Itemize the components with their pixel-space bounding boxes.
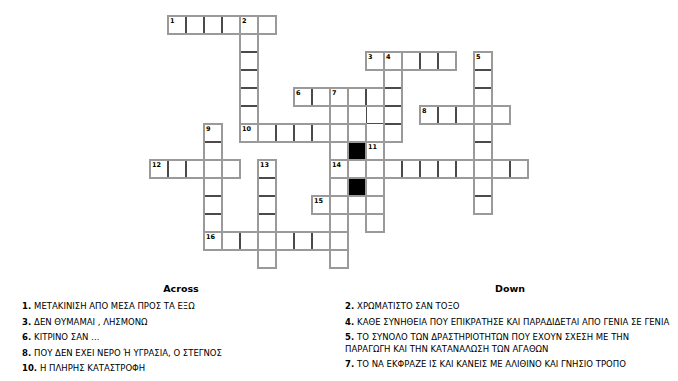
grid-cell[interactable]	[276, 232, 294, 250]
grid-cell[interactable]	[330, 142, 348, 160]
black-cell	[348, 178, 366, 196]
grid-cell[interactable]	[168, 16, 186, 34]
grid-cell[interactable]	[474, 142, 492, 160]
clue-text: ΧΡΩΜΑΤΙΣΤΟ ΣΑΝ ΤΟΞΟ	[357, 301, 459, 311]
clue-number: 1.	[22, 301, 34, 311]
grid-cell[interactable]	[258, 250, 276, 268]
grid-cell[interactable]	[258, 160, 276, 178]
crossword-worksheet: 12345678910111213141516 Across 1. ΜΕΤΑΚΙ…	[0, 0, 678, 381]
grid-cell[interactable]	[492, 160, 510, 178]
grid-cell[interactable]	[420, 106, 438, 124]
grid-cell[interactable]	[474, 52, 492, 70]
grid-cell[interactable]	[240, 16, 258, 34]
grid-cell[interactable]	[294, 124, 312, 142]
grid-cell[interactable]	[258, 196, 276, 214]
grid-cell[interactable]	[474, 106, 492, 124]
clue-item: 7. ΤΟ ΝΑ ΕΚΦΡΑΖΕ ΙΣ ΚΑΙ ΚΑΝΕΙΣ ΜΕ ΑΛΙΘΙΝ…	[345, 359, 675, 371]
grid-cell[interactable]	[384, 70, 402, 88]
grid-cell[interactable]	[258, 124, 276, 142]
grid-cell[interactable]	[330, 178, 348, 196]
grid-cell[interactable]	[366, 196, 384, 214]
grid-cell[interactable]	[474, 160, 492, 178]
grid-cell[interactable]	[186, 160, 204, 178]
clue-text: ΠΟΥ ΔΕΝ ΕΧΕΙ ΝΕΡΟ Ή ΥΓΡΑΣΙΑ, Ο ΣΤΕΓΝΟΣ	[34, 348, 222, 358]
crossword-grid: 12345678910111213141516	[150, 16, 528, 268]
grid-cell[interactable]	[456, 160, 474, 178]
grid-cell[interactable]	[204, 124, 222, 142]
clue-text: ΚΑΘΕ ΣΥΝΗΘΕΙΑ ΠΟΥ ΕΠΙΚΡΑΤΗΣΕ ΚΑΙ ΠΑΡΑΔΙΔ…	[357, 317, 669, 327]
grid-cell[interactable]	[222, 16, 240, 34]
grid-cell[interactable]	[240, 34, 258, 52]
grid-cell[interactable]	[258, 214, 276, 232]
grid-cell[interactable]	[204, 232, 222, 250]
grid-cell[interactable]	[348, 160, 366, 178]
grid-cell[interactable]	[366, 106, 384, 124]
grid-cell[interactable]	[312, 124, 330, 142]
grid-cell[interactable]	[348, 196, 366, 214]
grid-cell[interactable]	[384, 124, 402, 142]
grid-cell[interactable]	[204, 142, 222, 160]
clue-item: 10. Η ΠΛΗΡΗΣ ΚΑΤΑΣΤΡΟΦΗ	[22, 363, 340, 375]
clue-number: 3.	[22, 317, 34, 327]
grid-cell[interactable]	[474, 196, 492, 214]
grid-cell[interactable]	[150, 160, 168, 178]
grid-cell[interactable]	[312, 196, 330, 214]
grid-cell[interactable]	[276, 124, 294, 142]
grid-cell[interactable]	[474, 88, 492, 106]
grid-cell[interactable]	[240, 106, 258, 124]
grid-cell[interactable]	[204, 178, 222, 196]
grid-cell[interactable]	[258, 232, 276, 250]
clue-number: 2.	[345, 301, 357, 311]
grid-cell[interactable]	[366, 178, 384, 196]
grid-cell[interactable]	[384, 88, 402, 106]
grid-cell[interactable]	[240, 232, 258, 250]
grid-cell[interactable]	[384, 106, 402, 124]
clue-number: 10.	[22, 363, 40, 373]
down-clues-section: Down 2. ΧΡΩΜΑΤΙΣΤΟ ΣΑΝ ΤΟΞΟ4. ΚΑΘΕ ΣΥΝΗΘ…	[345, 283, 675, 375]
grid-cell[interactable]	[402, 160, 420, 178]
grid-cell[interactable]	[420, 160, 438, 178]
grid-cell[interactable]	[330, 232, 348, 250]
grid-cell[interactable]	[240, 88, 258, 106]
grid-cell[interactable]	[402, 52, 420, 70]
clue-text: ΔΕΝ ΘΥΜΑΜΑΙ , ΛΗΣΜΟΝΩ	[34, 317, 148, 327]
grid-cell[interactable]	[438, 52, 456, 70]
clue-text: ΚΙΤΡΙΝΟ ΣΑΝ …	[34, 332, 99, 342]
grid-cell[interactable]	[168, 160, 186, 178]
grid-cell[interactable]	[348, 88, 366, 106]
grid-cell[interactable]	[294, 88, 312, 106]
grid-cell[interactable]	[492, 106, 510, 124]
grid-cell[interactable]	[258, 178, 276, 196]
grid-cell[interactable]	[222, 232, 240, 250]
clue-item: 3. ΔΕΝ ΘΥΜΑΜΑΙ , ΛΗΣΜΟΝΩ	[22, 317, 340, 329]
clue-item: 2. ΧΡΩΜΑΤΙΣΤΟ ΣΑΝ ΤΟΞΟ	[345, 301, 675, 313]
clue-text: Η ΠΛΗΡΗΣ ΚΑΤΑΣΤΡΟΦΗ	[40, 363, 145, 373]
clue-item: 4. ΚΑΘΕ ΣΥΝΗΘΕΙΑ ΠΟΥ ΕΠΙΚΡΑΤΗΣΕ ΚΑΙ ΠΑΡΑ…	[345, 317, 675, 329]
grid-cell[interactable]	[312, 232, 330, 250]
grid-cell[interactable]	[330, 214, 348, 232]
grid-cell[interactable]	[384, 52, 402, 70]
grid-cell[interactable]	[204, 214, 222, 232]
across-clues-section: Across 1. ΜΕΤΑΚΙΝΙΣΗ ΑΠΟ ΜΕΣΑ ΠΡΟΣ ΤΑ ΕΞ…	[22, 283, 340, 379]
clue-number: 5.	[345, 332, 357, 342]
grid-cell[interactable]	[456, 106, 474, 124]
grid-cell[interactable]	[204, 196, 222, 214]
grid-cell[interactable]	[474, 124, 492, 142]
grid-cell[interactable]	[240, 124, 258, 142]
grid-cell[interactable]	[330, 160, 348, 178]
grid-cell[interactable]	[348, 124, 366, 142]
grid-cell[interactable]	[204, 160, 222, 178]
clue-text: ΤΟ ΝΑ ΕΚΦΡΑΖΕ ΙΣ ΚΑΙ ΚΑΝΕΙΣ ΜΕ ΑΛΙΘΙΝΟ Κ…	[357, 359, 626, 369]
grid-cell[interactable]	[438, 160, 456, 178]
clue-text: ΜΕΤΑΚΙΝΙΣΗ ΑΠΟ ΜΕΣΑ ΠΡΟΣ ΤΑ ΕΞΩ	[34, 301, 195, 311]
clue-number: 7.	[345, 359, 357, 369]
grid-cell[interactable]	[366, 142, 384, 160]
grid-cell[interactable]	[438, 106, 456, 124]
grid-cell[interactable]	[294, 232, 312, 250]
clue-item: 6. ΚΙΤΡΙΝΟ ΣΑΝ …	[22, 332, 340, 344]
grid-cell[interactable]	[366, 214, 384, 232]
across-clue-list: 1. ΜΕΤΑΚΙΝΙΣΗ ΑΠΟ ΜΕΣΑ ΠΡΟΣ ΤΑ ΕΞΩ3. ΔΕΝ…	[22, 301, 340, 375]
grid-cell[interactable]	[384, 160, 402, 178]
clue-item: 1. ΜΕΤΑΚΙΝΙΣΗ ΑΠΟ ΜΕΣΑ ΠΡΟΣ ΤΑ ΕΞΩ	[22, 301, 340, 313]
grid-cell[interactable]	[330, 106, 348, 124]
grid-cell[interactable]	[204, 16, 222, 34]
clue-number: 4.	[345, 317, 357, 327]
grid-cell[interactable]	[240, 70, 258, 88]
grid-cell[interactable]	[330, 250, 348, 268]
clue-text: ΤΟ ΣΥΝΟΛΟ ΤΩΝ ΔΡΑΣΤΗΡΙΟΤΗΤΩΝ ΠΟΥ ΕΧΟΥΝ Σ…	[345, 332, 629, 354]
grid-cell[interactable]	[420, 52, 438, 70]
grid-cell[interactable]	[240, 52, 258, 70]
grid-cell[interactable]	[366, 52, 384, 70]
down-header: Down	[345, 283, 675, 294]
down-clue-list: 2. ΧΡΩΜΑΤΙΣΤΟ ΣΑΝ ΤΟΞΟ4. ΚΑΘΕ ΣΥΝΗΘΕΙΑ Π…	[345, 301, 675, 371]
clue-item: 5. ΤΟ ΣΥΝΟΛΟ ΤΩΝ ΔΡΑΣΤΗΡΙΟΤΗΤΩΝ ΠΟΥ ΕΧΟΥ…	[345, 332, 675, 355]
clue-number: 6.	[22, 332, 34, 342]
grid-cell[interactable]	[474, 178, 492, 196]
grid-cell[interactable]	[312, 88, 330, 106]
clue-item: 8. ΠΟΥ ΔΕΝ ΕΧΕΙ ΝΕΡΟ Ή ΥΓΡΑΣΙΑ, Ο ΣΤΕΓΝΟ…	[22, 348, 340, 360]
grid-cell[interactable]	[510, 160, 528, 178]
grid-cell[interactable]	[330, 196, 348, 214]
grid-cell[interactable]	[258, 16, 276, 34]
clue-number: 8.	[22, 348, 34, 358]
grid-cell[interactable]	[330, 124, 348, 142]
grid-cell[interactable]	[366, 88, 384, 106]
across-header: Across	[22, 283, 340, 294]
grid-cell[interactable]	[474, 70, 492, 88]
grid-cell[interactable]	[186, 16, 204, 34]
grid-cell[interactable]	[330, 88, 348, 106]
black-cell	[348, 142, 366, 160]
grid-cell[interactable]	[366, 160, 384, 178]
grid-cell[interactable]	[222, 160, 240, 178]
